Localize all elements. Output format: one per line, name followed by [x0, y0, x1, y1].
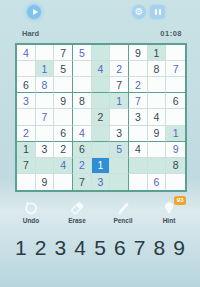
cell-r8c7[interactable]	[129, 158, 148, 174]
numpad-key-7[interactable]: 7	[134, 237, 146, 258]
cell-r2c4[interactable]	[73, 61, 92, 77]
numpad-key-1[interactable]: 1	[15, 237, 27, 258]
cell-r2c7[interactable]	[129, 61, 148, 77]
cell-r9c2[interactable]: 9	[36, 174, 55, 190]
cell-r7c6[interactable]: 5	[110, 142, 129, 158]
cell-r5c3[interactable]	[54, 109, 73, 125]
gear-icon: ⚙	[135, 5, 144, 19]
numpad-key-6[interactable]: 6	[114, 237, 126, 258]
cell-r3c3[interactable]	[54, 77, 73, 93]
play-icon	[33, 9, 38, 15]
cell-r8c3[interactable]: 4	[54, 158, 73, 174]
cell-r4c5[interactable]	[92, 93, 111, 109]
erase-label: Erase	[68, 217, 86, 224]
settings-button[interactable]: ⚙	[132, 5, 146, 19]
numpad-key-8[interactable]: 8	[153, 237, 165, 258]
numpad-key-9[interactable]: 9	[173, 237, 185, 258]
cell-r7c5[interactable]	[92, 142, 111, 158]
cell-r2c9[interactable]: 7	[166, 61, 185, 77]
cell-r2c8[interactable]: 8	[148, 61, 167, 77]
cell-r2c1[interactable]	[17, 61, 36, 77]
cell-r1c6[interactable]	[110, 45, 129, 61]
cell-r8c6[interactable]	[110, 158, 129, 174]
cell-r8c8[interactable]	[148, 158, 167, 174]
cell-r8c9[interactable]: 8	[166, 158, 185, 174]
pause-button[interactable]	[150, 5, 165, 19]
cell-r7c2[interactable]: 3	[36, 142, 55, 158]
cell-r5c6[interactable]	[110, 109, 129, 125]
cell-r4c2[interactable]	[36, 93, 55, 109]
cell-r6c6[interactable]: 3	[110, 126, 129, 142]
undo-icon	[23, 200, 39, 216]
difficulty-label: Hard	[22, 29, 39, 38]
cell-r2c5[interactable]: 4	[92, 61, 111, 77]
cell-r8c1[interactable]: 7	[17, 158, 36, 174]
cell-r1c9[interactable]	[166, 45, 185, 61]
sudoku-board: 4759115428768723981767234264391132654974…	[15, 43, 187, 192]
cell-r2c6[interactable]: 2	[110, 61, 129, 77]
numpad-key-3[interactable]: 3	[55, 237, 67, 258]
hint-count-badge: 93	[174, 196, 186, 205]
cell-r6c5[interactable]	[92, 126, 111, 142]
cell-r4c6[interactable]: 1	[110, 93, 129, 109]
numpad-key-4[interactable]: 4	[74, 237, 86, 258]
cell-r8c4[interactable]: 2	[73, 158, 92, 174]
cell-r5c9[interactable]	[166, 109, 185, 125]
cell-r4c1[interactable]: 3	[17, 93, 36, 109]
undo-label: Undo	[23, 217, 40, 224]
cell-r9c6[interactable]	[110, 174, 129, 190]
hint-label: Hint	[163, 217, 176, 224]
cell-r8c2[interactable]	[36, 158, 55, 174]
cell-r1c2[interactable]	[36, 45, 55, 61]
cell-r7c1[interactable]: 1	[17, 142, 36, 158]
cell-r4c8[interactable]	[148, 93, 167, 109]
toolbar: Undo Erase Pencil 93 Hint	[8, 200, 192, 224]
cell-r2c2[interactable]: 1	[36, 61, 55, 77]
cell-r4c7[interactable]: 7	[129, 93, 148, 109]
cell-r3c7[interactable]: 2	[129, 77, 148, 93]
cell-r9c5[interactable]: 3	[92, 174, 111, 190]
cell-r5c5[interactable]: 2	[92, 109, 111, 125]
cell-r5c4[interactable]	[73, 109, 92, 125]
cell-r5c7[interactable]: 3	[129, 109, 148, 125]
cell-r3c2[interactable]: 8	[36, 77, 55, 93]
cell-r3c9[interactable]	[166, 77, 185, 93]
cell-r6c1[interactable]: 2	[17, 126, 36, 142]
cell-r9c9[interactable]	[166, 174, 185, 190]
cell-r3c1[interactable]: 6	[17, 77, 36, 93]
cell-r3c4[interactable]	[73, 77, 92, 93]
play-button[interactable]	[27, 5, 41, 19]
pause-icon	[155, 9, 157, 15]
cell-r9c4[interactable]: 7	[73, 174, 92, 190]
cell-r9c7[interactable]	[129, 174, 148, 190]
timer: 01:08	[160, 29, 182, 38]
numpad-key-5[interactable]: 5	[94, 237, 106, 258]
undo-button[interactable]: Undo	[10, 200, 52, 224]
eraser-icon	[69, 200, 85, 216]
cell-r4c9[interactable]: 6	[166, 93, 185, 109]
cell-r6c9[interactable]: 1	[166, 126, 185, 142]
cell-r5c2[interactable]: 7	[36, 109, 55, 125]
cell-r4c4[interactable]: 8	[73, 93, 92, 109]
cell-r7c3[interactable]: 2	[54, 142, 73, 158]
cell-r6c8[interactable]: 9	[148, 126, 167, 142]
cell-r7c9[interactable]: 9	[166, 142, 185, 158]
cell-r5c8[interactable]: 4	[148, 109, 167, 125]
cell-r1c8[interactable]: 1	[148, 45, 167, 61]
cell-r7c8[interactable]	[148, 142, 167, 158]
cell-r7c7[interactable]: 4	[129, 142, 148, 158]
cell-r3c6[interactable]: 7	[110, 77, 129, 93]
pencil-button[interactable]: Pencil	[102, 200, 144, 224]
cell-r9c8[interactable]: 6	[148, 174, 167, 190]
number-pad: 1 2 3 4 5 6 7 8 9	[15, 237, 185, 258]
cell-r2c3[interactable]: 5	[54, 61, 73, 77]
cell-r3c5[interactable]	[92, 77, 111, 93]
cell-r9c1[interactable]	[17, 174, 36, 190]
erase-button[interactable]: Erase	[56, 200, 98, 224]
cell-r5c1[interactable]	[17, 109, 36, 125]
numpad-key-2[interactable]: 2	[35, 237, 47, 258]
cell-r1c4[interactable]: 5	[73, 45, 92, 61]
cell-r6c7[interactable]	[129, 126, 148, 142]
cell-r4c3[interactable]: 9	[54, 93, 73, 109]
pencil-label: Pencil	[113, 217, 132, 224]
cell-r6c4[interactable]: 4	[73, 126, 92, 142]
hint-button[interactable]: 93 Hint	[148, 200, 190, 224]
cell-r1c1[interactable]: 4	[17, 45, 36, 61]
cell-r6c3[interactable]: 6	[54, 126, 73, 142]
cell-r7c4[interactable]: 6	[73, 142, 92, 158]
cell-r1c3[interactable]: 7	[54, 45, 73, 61]
cell-r1c5[interactable]	[92, 45, 111, 61]
cell-r1c7[interactable]: 9	[129, 45, 148, 61]
cell-r9c3[interactable]	[54, 174, 73, 190]
pencil-icon	[115, 200, 131, 216]
cell-r8c5[interactable]: 1	[92, 158, 111, 174]
sudoku-app: ⚙ Hard 01:08 475911542876872398176723426…	[0, 0, 200, 287]
cell-r3c8[interactable]	[148, 77, 167, 93]
cell-r6c2[interactable]	[36, 126, 55, 142]
